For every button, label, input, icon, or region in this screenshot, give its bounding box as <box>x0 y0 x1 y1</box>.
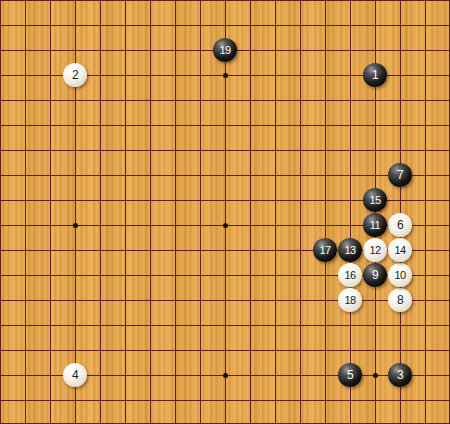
grid-cell <box>400 125 425 150</box>
grid-cell <box>425 150 450 175</box>
grid-cell <box>300 150 325 175</box>
grid-cell <box>325 150 350 175</box>
grid-cell <box>100 300 125 325</box>
stone-move-number: 16 <box>344 270 355 281</box>
stone-move-number: 4 <box>72 369 78 381</box>
grid-cell <box>0 325 25 350</box>
grid-cell <box>225 250 250 275</box>
grid-cell <box>150 100 175 125</box>
grid-cell <box>300 125 325 150</box>
grid-cell <box>0 175 25 200</box>
grid-cell <box>425 50 450 75</box>
grid-cell <box>425 125 450 150</box>
grid-cell <box>0 25 25 50</box>
grid-cell <box>200 300 225 325</box>
grid-cell <box>425 250 450 275</box>
grid-cell <box>125 300 150 325</box>
grid-cell <box>150 400 175 424</box>
grid-cell <box>175 250 200 275</box>
stone-move-number: 5 <box>347 369 353 381</box>
grid-cell <box>325 50 350 75</box>
grid-cell <box>425 200 450 225</box>
grid-cell <box>225 375 250 400</box>
grid-cell <box>225 400 250 424</box>
grid-cell <box>250 200 275 225</box>
grid-cell <box>400 25 425 50</box>
grid-cell <box>0 400 25 424</box>
stone-move-number: 12 <box>369 245 380 256</box>
grid-cell <box>300 325 325 350</box>
grid-cell <box>150 75 175 100</box>
grid-cell <box>75 100 100 125</box>
grid-cell <box>150 300 175 325</box>
grid-cell <box>350 0 375 25</box>
stone-black-move-19: 19 <box>213 38 237 62</box>
star-point <box>223 373 228 378</box>
grid-cell <box>225 150 250 175</box>
grid-cell <box>50 100 75 125</box>
grid-cell <box>250 375 275 400</box>
grid-cell <box>275 300 300 325</box>
grid-cell <box>50 275 75 300</box>
grid-cell <box>175 125 200 150</box>
grid-cell <box>200 250 225 275</box>
grid-cell <box>100 75 125 100</box>
grid-cell <box>425 325 450 350</box>
grid-cell <box>250 300 275 325</box>
grid-cell <box>150 175 175 200</box>
grid-cell <box>325 100 350 125</box>
grid-cell <box>250 400 275 424</box>
stone-black-move-1: 1 <box>363 63 387 87</box>
grid-cell <box>125 400 150 424</box>
grid-cell <box>300 100 325 125</box>
grid-cell <box>150 350 175 375</box>
stone-black-move-3: 3 <box>388 363 412 387</box>
grid-cell <box>25 175 50 200</box>
grid-cell <box>175 0 200 25</box>
grid-cell <box>50 175 75 200</box>
grid-cell <box>75 225 100 250</box>
grid-cell <box>175 50 200 75</box>
grid-cell <box>375 0 400 25</box>
grid-cell <box>75 400 100 424</box>
grid-cell <box>225 125 250 150</box>
grid-cell <box>25 125 50 150</box>
grid-cell <box>425 25 450 50</box>
grid-cell <box>100 50 125 75</box>
grid-cell <box>75 125 100 150</box>
grid-cell <box>125 225 150 250</box>
grid-cell <box>200 325 225 350</box>
grid-cell <box>300 25 325 50</box>
grid-cell <box>425 375 450 400</box>
grid-cell <box>325 0 350 25</box>
grid-cell <box>25 325 50 350</box>
grid-cell <box>275 350 300 375</box>
grid-cell <box>100 125 125 150</box>
grid-cell <box>175 400 200 424</box>
grid-cell <box>250 50 275 75</box>
grid-cell <box>175 325 200 350</box>
grid-cell <box>150 225 175 250</box>
stone-white-move-18: 18 <box>338 288 362 312</box>
grid-cell <box>200 200 225 225</box>
stone-black-move-15: 15 <box>363 188 387 212</box>
grid-cell <box>400 0 425 25</box>
stone-black-move-17: 17 <box>313 238 337 262</box>
grid-cell <box>275 275 300 300</box>
grid-cell <box>225 350 250 375</box>
grid-cell <box>100 100 125 125</box>
grid-cell <box>50 225 75 250</box>
grid-cell <box>250 25 275 50</box>
grid-cell <box>300 275 325 300</box>
grid-cell <box>100 350 125 375</box>
grid-cell <box>200 175 225 200</box>
grid-cell <box>0 100 25 125</box>
grid-cell <box>400 325 425 350</box>
grid-cell <box>25 250 50 275</box>
stone-move-number: 8 <box>397 294 403 306</box>
grid-cell <box>375 325 400 350</box>
grid-cell <box>325 125 350 150</box>
star-point <box>223 223 228 228</box>
grid-cell <box>275 175 300 200</box>
go-board[interactable]: 12345678910111213141516171819 <box>0 0 450 424</box>
grid-cell <box>300 375 325 400</box>
stone-white-move-16: 16 <box>338 263 362 287</box>
grid-cell <box>300 175 325 200</box>
grid-cell <box>300 400 325 424</box>
grid-cell <box>75 275 100 300</box>
grid-cell <box>325 25 350 50</box>
stone-move-number: 19 <box>219 45 230 56</box>
grid-cell <box>150 0 175 25</box>
grid-cell <box>0 275 25 300</box>
grid-cell <box>175 100 200 125</box>
stone-move-number: 11 <box>370 220 380 231</box>
grid-cell <box>350 100 375 125</box>
grid-cell <box>425 350 450 375</box>
grid-cell <box>100 375 125 400</box>
grid-cell <box>175 25 200 50</box>
star-point <box>373 373 378 378</box>
grid-cell <box>75 200 100 225</box>
grid-cell <box>350 150 375 175</box>
stone-white-move-10: 10 <box>388 263 412 287</box>
grid-cell <box>100 250 125 275</box>
grid-cell <box>0 300 25 325</box>
grid-cell <box>175 75 200 100</box>
grid-cell <box>50 150 75 175</box>
stone-white-move-2: 2 <box>63 63 87 87</box>
grid-cell <box>300 350 325 375</box>
grid-cell <box>200 150 225 175</box>
grid-cell <box>100 175 125 200</box>
grid-cell <box>225 300 250 325</box>
grid-cell <box>200 400 225 424</box>
grid-cell <box>150 125 175 150</box>
grid-cell <box>125 50 150 75</box>
grid-cell <box>250 75 275 100</box>
grid-cell <box>0 350 25 375</box>
grid-cell <box>375 400 400 424</box>
grid-cell <box>175 300 200 325</box>
grid-cell <box>125 0 150 25</box>
stone-black-move-11: 11 <box>363 213 387 237</box>
grid-cell <box>125 350 150 375</box>
grid-cell <box>50 400 75 424</box>
stone-move-number: 10 <box>394 270 405 281</box>
grid-cell <box>25 150 50 175</box>
grid-cell <box>250 175 275 200</box>
grid-cell <box>150 50 175 75</box>
stone-white-move-6: 6 <box>388 213 412 237</box>
grid-cell <box>125 75 150 100</box>
grid-cell <box>275 250 300 275</box>
star-point <box>223 73 228 78</box>
grid-cell <box>25 275 50 300</box>
grid-cell <box>150 325 175 350</box>
grid-cell <box>250 250 275 275</box>
grid-cell <box>275 25 300 50</box>
grid-cell <box>225 175 250 200</box>
grid-cell <box>0 250 25 275</box>
grid-cell <box>175 350 200 375</box>
grid-cell <box>400 100 425 125</box>
grid-cell <box>200 125 225 150</box>
stone-move-number: 14 <box>394 245 405 256</box>
grid-cell <box>275 375 300 400</box>
grid-cell <box>0 375 25 400</box>
grid-cell <box>425 275 450 300</box>
grid-cell <box>425 0 450 25</box>
grid-cell <box>150 375 175 400</box>
grid-cell <box>300 75 325 100</box>
stone-move-number: 1 <box>372 69 378 81</box>
grid-cell <box>175 175 200 200</box>
grid-cell <box>100 325 125 350</box>
grid-cell <box>125 325 150 350</box>
grid-cell <box>200 275 225 300</box>
grid-cell <box>175 225 200 250</box>
grid-cell <box>175 200 200 225</box>
grid-cell <box>100 275 125 300</box>
grid-cell <box>250 275 275 300</box>
grid-lines <box>0 0 450 424</box>
grid-cell <box>50 25 75 50</box>
grid-cell <box>225 275 250 300</box>
grid-cell <box>250 225 275 250</box>
grid-cell <box>125 200 150 225</box>
grid-cell <box>25 225 50 250</box>
stone-move-number: 17 <box>319 245 330 256</box>
stone-move-number: 2 <box>72 69 78 81</box>
grid-cell <box>0 75 25 100</box>
grid-cell <box>100 0 125 25</box>
grid-cell <box>375 125 400 150</box>
grid-cell <box>75 250 100 275</box>
stone-black-move-7: 7 <box>388 163 412 187</box>
grid-cell <box>200 0 225 25</box>
grid-cell <box>100 225 125 250</box>
grid-cell <box>50 200 75 225</box>
grid-cell <box>275 200 300 225</box>
grid-cell <box>200 100 225 125</box>
stone-black-move-13: 13 <box>338 238 362 262</box>
grid-cell <box>375 25 400 50</box>
grid-cell <box>325 325 350 350</box>
grid-cell <box>200 75 225 100</box>
grid-cell <box>275 225 300 250</box>
grid-cell <box>25 25 50 50</box>
grid-cell <box>175 150 200 175</box>
grid-cell <box>0 50 25 75</box>
grid-cell <box>150 275 175 300</box>
grid-cell <box>350 125 375 150</box>
grid-cell <box>75 150 100 175</box>
grid-cell <box>325 75 350 100</box>
grid-cell <box>275 0 300 25</box>
grid-cell <box>175 275 200 300</box>
stone-move-number: 13 <box>344 245 355 256</box>
grid-cell <box>200 350 225 375</box>
grid-cell <box>125 100 150 125</box>
stone-move-number: 3 <box>397 369 403 381</box>
stone-white-move-14: 14 <box>388 238 412 262</box>
grid-cell <box>250 125 275 150</box>
grid-cell <box>75 175 100 200</box>
grid-cell <box>425 100 450 125</box>
stone-white-move-12: 12 <box>363 238 387 262</box>
grid-cell <box>425 225 450 250</box>
grid-cell <box>150 25 175 50</box>
grid-cell <box>75 0 100 25</box>
grid-cell <box>400 75 425 100</box>
grid-cell <box>275 125 300 150</box>
grid-cell <box>125 275 150 300</box>
grid-cell <box>275 75 300 100</box>
grid-cell <box>50 250 75 275</box>
grid-cell <box>25 50 50 75</box>
grid-cell <box>175 375 200 400</box>
grid-cell <box>400 50 425 75</box>
grid-cell <box>350 400 375 424</box>
grid-cell <box>225 100 250 125</box>
grid-cell <box>50 125 75 150</box>
grid-cell <box>250 350 275 375</box>
grid-cell <box>125 250 150 275</box>
grid-cell <box>100 150 125 175</box>
grid-cell <box>425 75 450 100</box>
grid-cell <box>25 100 50 125</box>
stone-move-number: 6 <box>397 219 403 231</box>
grid-cell <box>50 0 75 25</box>
stone-move-number: 7 <box>397 169 403 181</box>
grid-cell <box>0 0 25 25</box>
grid-cell <box>150 150 175 175</box>
grid-cell <box>100 25 125 50</box>
grid-cell <box>325 200 350 225</box>
grid-cell <box>25 75 50 100</box>
grid-cell <box>425 300 450 325</box>
grid-cell <box>325 175 350 200</box>
grid-cell <box>25 300 50 325</box>
grid-cell <box>200 375 225 400</box>
grid-cell <box>125 125 150 150</box>
grid-cell <box>300 200 325 225</box>
grid-cell <box>75 25 100 50</box>
grid-cell <box>300 0 325 25</box>
grid-cell <box>275 150 300 175</box>
stone-move-number: 15 <box>369 195 380 206</box>
stone-black-move-5: 5 <box>338 363 362 387</box>
grid-cell <box>0 225 25 250</box>
grid-cell <box>50 300 75 325</box>
grid-cell <box>300 300 325 325</box>
star-point <box>73 223 78 228</box>
grid-cell <box>425 175 450 200</box>
grid-cell <box>200 225 225 250</box>
grid-cell <box>150 200 175 225</box>
grid-cell <box>250 100 275 125</box>
grid-cell <box>325 400 350 424</box>
grid-cell <box>425 400 450 424</box>
grid-cell <box>250 0 275 25</box>
grid-cell <box>400 400 425 424</box>
grid-cell <box>225 75 250 100</box>
grid-cell <box>250 150 275 175</box>
grid-cell <box>275 325 300 350</box>
grid-cell <box>375 100 400 125</box>
stone-black-move-9: 9 <box>363 263 387 287</box>
grid-cell <box>50 325 75 350</box>
grid-cell <box>350 25 375 50</box>
stone-move-number: 9 <box>372 269 378 281</box>
grid-cell <box>100 400 125 424</box>
grid-cell <box>0 125 25 150</box>
grid-cell <box>0 200 25 225</box>
grid-cell <box>275 400 300 424</box>
stone-white-move-8: 8 <box>388 288 412 312</box>
stone-move-number: 18 <box>344 295 355 306</box>
grid-cell <box>25 375 50 400</box>
grid-cell <box>350 325 375 350</box>
grid-cell <box>275 50 300 75</box>
grid-cell <box>25 350 50 375</box>
grid-cell <box>125 175 150 200</box>
grid-cell <box>150 250 175 275</box>
grid-cell <box>250 325 275 350</box>
grid-cell <box>125 25 150 50</box>
grid-cell <box>225 225 250 250</box>
grid-cell <box>25 0 50 25</box>
grid-cell <box>225 200 250 225</box>
grid-cell <box>225 0 250 25</box>
grid-cell <box>25 200 50 225</box>
grid-cell <box>225 325 250 350</box>
grid-cell <box>75 325 100 350</box>
grid-cell <box>125 150 150 175</box>
grid-cell <box>125 375 150 400</box>
grid-cell <box>300 50 325 75</box>
stone-white-move-4: 4 <box>63 363 87 387</box>
grid-cell <box>275 100 300 125</box>
grid-cell <box>0 150 25 175</box>
grid-cell <box>75 300 100 325</box>
grid-cell <box>100 200 125 225</box>
